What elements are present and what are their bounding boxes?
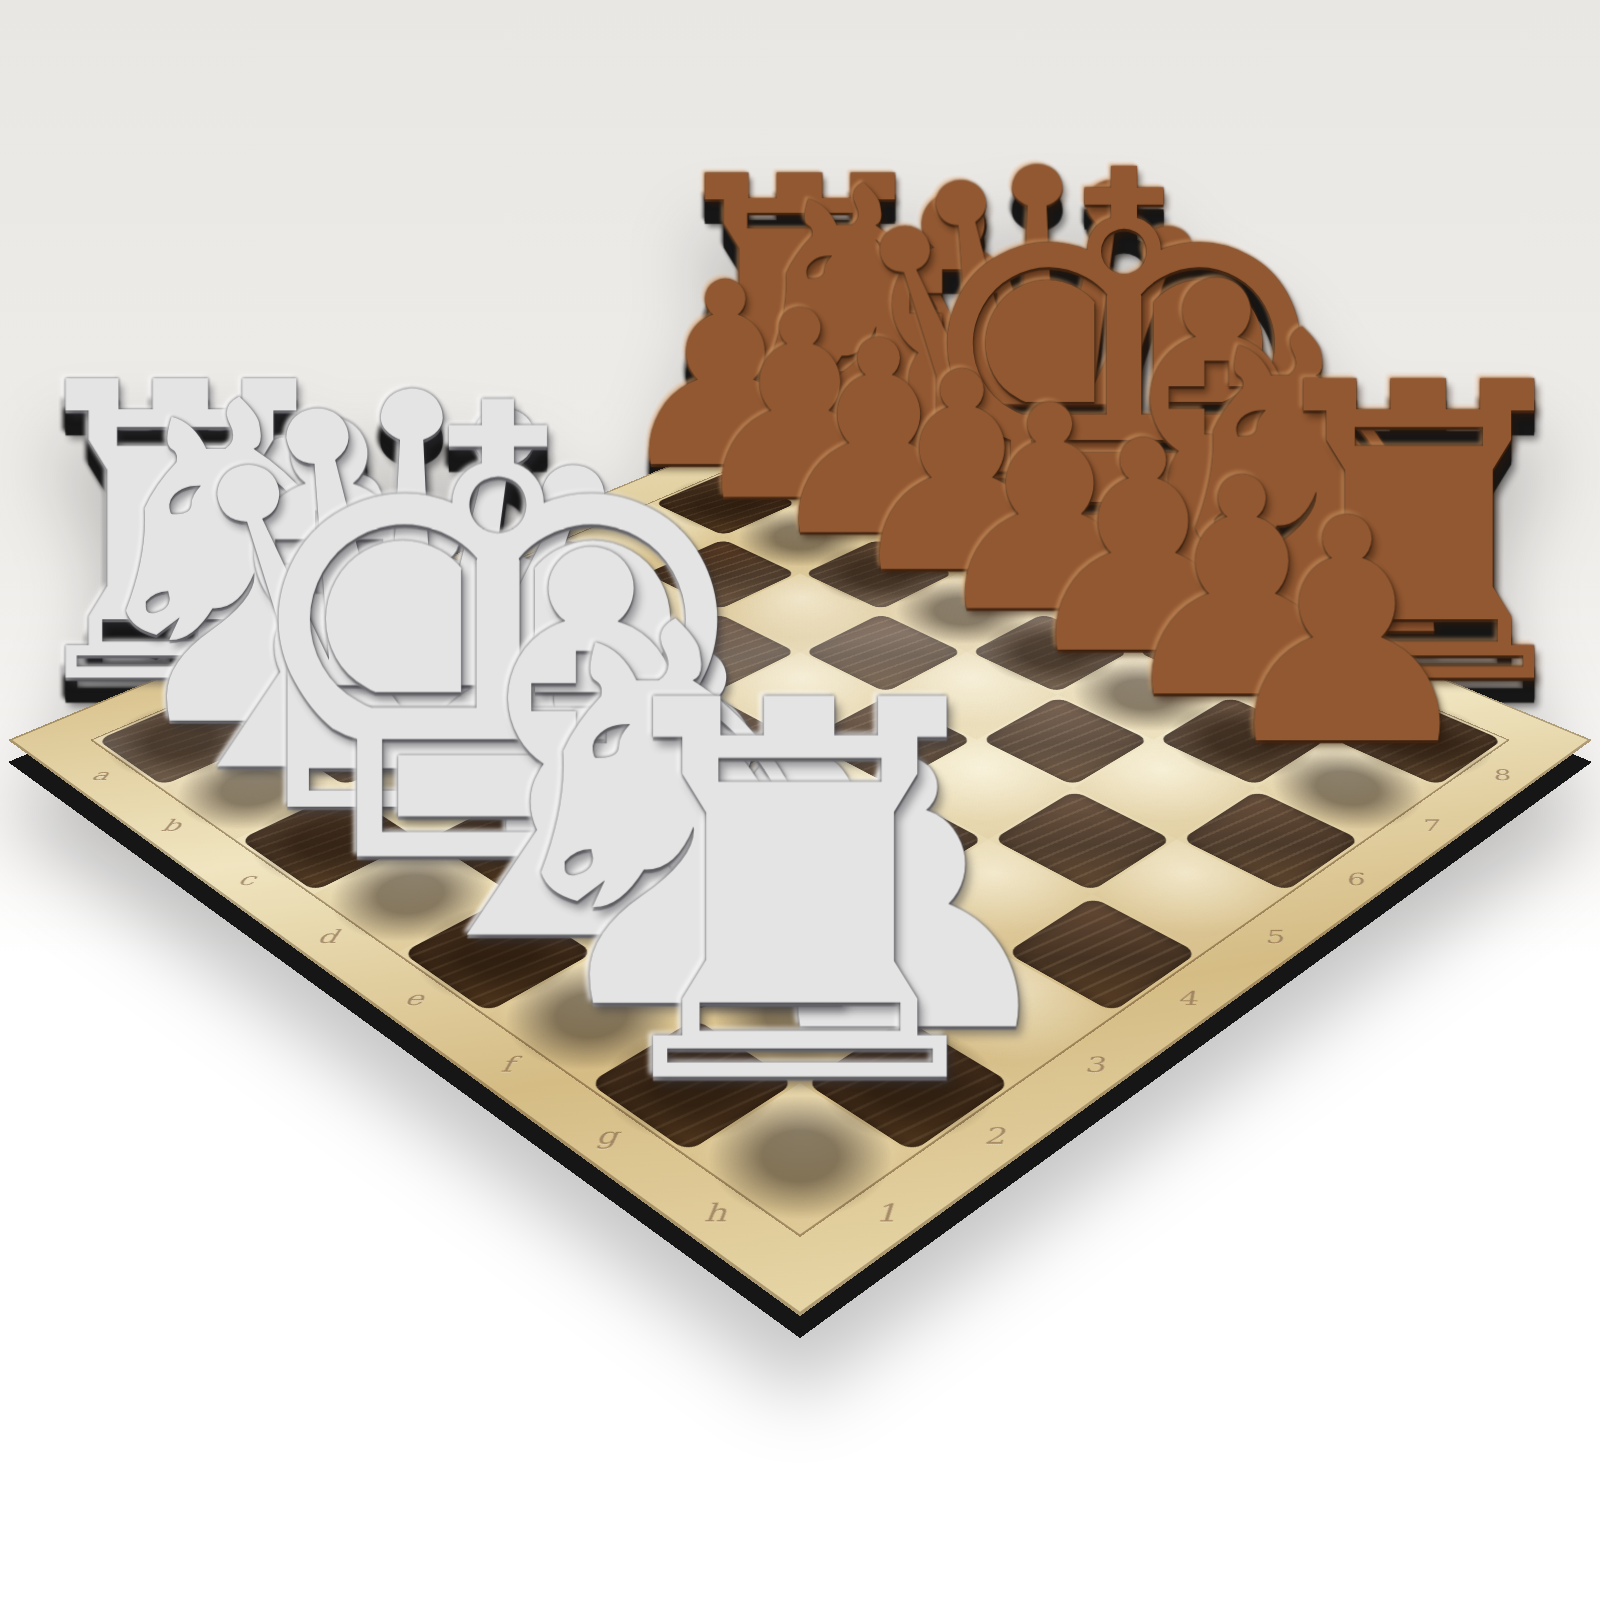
board-thickness-shadow: ♜♞♝♛♚♝♞♜♟♟♟♟♟♟♟♟♟♟♟♟♟♟♟♟♜♞♝♛♚♝♞♜ abcdefg… — [0, 0, 1600, 1600]
studio-photo: ♜♞♝♛♚♝♞♜♟♟♟♟♟♟♟♟♟♟♟♟♟♟♟♟♜♞♝♛♚♝♞♜ abcdefg… — [0, 0, 1600, 1600]
square-h1[interactable]: ♜ — [688, 1083, 913, 1234]
chessboard: ♜♞♝♛♚♝♞♜♟♟♟♟♟♟♟♟♟♟♟♟♟♟♟♟♜♞♝♛♚♝♞♜ abcdefg… — [8, 412, 1592, 1316]
silver-rook-glyph: ♜ — [566, 634, 1034, 1156]
board-grid: ♜♞♝♛♚♝♞♜♟♟♟♟♟♟♟♟♟♟♟♟♟♟♟♟♜♞♝♛♚♝♞♜ — [93, 440, 1507, 1235]
perspective-scene: ♜♞♝♛♚♝♞♜♟♟♟♟♟♟♟♟♟♟♟♟♟♟♟♟♜♞♝♛♚♝♞♜ abcdefg… — [0, 0, 1600, 1600]
rank-label-5: 5 — [1238, 896, 1311, 980]
board-surface: ♜♞♝♛♚♝♞♜♟♟♟♟♟♟♟♟♟♟♟♟♟♟♟♟♜♞♝♛♚♝♞♜ abcdefg… — [8, 412, 1592, 1316]
copper-pawn-glyph: ♟ — [1208, 479, 1485, 788]
